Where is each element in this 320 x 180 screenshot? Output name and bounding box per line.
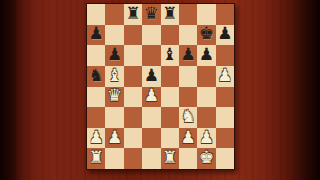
- square-g5[interactable]: [197, 66, 215, 87]
- square-a1[interactable]: ♜: [87, 148, 105, 169]
- piece-white-pawn[interactable]: ♟: [180, 129, 195, 146]
- square-d4[interactable]: ♟: [142, 87, 160, 108]
- square-b8[interactable]: [105, 4, 123, 25]
- square-b7[interactable]: [105, 25, 123, 46]
- square-d8[interactable]: ♛: [142, 4, 160, 25]
- square-c5[interactable]: [124, 66, 142, 87]
- square-a3[interactable]: [87, 107, 105, 128]
- square-e7[interactable]: [161, 25, 179, 46]
- square-e8[interactable]: ♜: [161, 4, 179, 25]
- square-e1[interactable]: ♜: [161, 148, 179, 169]
- square-g2[interactable]: ♟: [197, 128, 215, 149]
- square-f8[interactable]: [179, 4, 197, 25]
- square-a2[interactable]: ♟: [87, 128, 105, 149]
- square-c3[interactable]: [124, 107, 142, 128]
- square-g3[interactable]: [197, 107, 215, 128]
- square-c8[interactable]: ♜: [124, 4, 142, 25]
- piece-black-pawn[interactable]: ♟: [180, 46, 195, 63]
- square-f6[interactable]: ♟: [179, 45, 197, 66]
- square-f1[interactable]: [179, 148, 197, 169]
- square-b6[interactable]: ♟: [105, 45, 123, 66]
- square-h8[interactable]: [216, 4, 234, 25]
- square-f2[interactable]: ♟: [179, 128, 197, 149]
- square-e3[interactable]: [161, 107, 179, 128]
- square-a8[interactable]: [87, 4, 105, 25]
- piece-white-pawn[interactable]: ♟: [107, 129, 122, 146]
- square-f7[interactable]: [179, 25, 197, 46]
- square-b3[interactable]: [105, 107, 123, 128]
- square-d6[interactable]: [142, 45, 160, 66]
- square-b4[interactable]: ♛: [105, 87, 123, 108]
- square-g8[interactable]: [197, 4, 215, 25]
- square-h3[interactable]: [216, 107, 234, 128]
- square-d3[interactable]: [142, 107, 160, 128]
- square-h4[interactable]: [216, 87, 234, 108]
- square-h1[interactable]: [216, 148, 234, 169]
- piece-white-king[interactable]: ♚: [199, 149, 214, 166]
- square-f5[interactable]: [179, 66, 197, 87]
- piece-black-knight[interactable]: ♞: [89, 67, 104, 84]
- square-f3[interactable]: ♞: [179, 107, 197, 128]
- piece-black-queen[interactable]: ♛: [144, 5, 159, 22]
- square-a5[interactable]: ♞: [87, 66, 105, 87]
- square-d2[interactable]: [142, 128, 160, 149]
- square-a7[interactable]: ♟: [87, 25, 105, 46]
- square-g1[interactable]: ♚: [197, 148, 215, 169]
- piece-white-pawn[interactable]: ♟: [144, 87, 159, 104]
- piece-white-bishop[interactable]: ♝: [107, 67, 122, 84]
- square-c7[interactable]: [124, 25, 142, 46]
- square-c4[interactable]: [124, 87, 142, 108]
- wood-background: ♜♛♜♟♚♟♟♝♟♟♞♝♟♟♛♟♞♟♟♟♟♜♜♚: [0, 0, 320, 180]
- square-d5[interactable]: ♟: [142, 66, 160, 87]
- square-d7[interactable]: [142, 25, 160, 46]
- square-g4[interactable]: [197, 87, 215, 108]
- square-c1[interactable]: [124, 148, 142, 169]
- square-h6[interactable]: [216, 45, 234, 66]
- square-h5[interactable]: ♟: [216, 66, 234, 87]
- piece-white-queen[interactable]: ♛: [107, 87, 122, 104]
- square-h2[interactable]: [216, 128, 234, 149]
- square-a6[interactable]: [87, 45, 105, 66]
- piece-black-rook[interactable]: ♜: [162, 5, 177, 22]
- square-c6[interactable]: [124, 45, 142, 66]
- square-d1[interactable]: [142, 148, 160, 169]
- piece-white-pawn[interactable]: ♟: [89, 129, 104, 146]
- square-f4[interactable]: [179, 87, 197, 108]
- square-g6[interactable]: ♟: [197, 45, 215, 66]
- piece-black-pawn[interactable]: ♟: [144, 67, 159, 84]
- piece-black-bishop[interactable]: ♝: [162, 46, 177, 63]
- piece-white-rook[interactable]: ♜: [162, 149, 177, 166]
- square-b1[interactable]: [105, 148, 123, 169]
- piece-black-pawn[interactable]: ♟: [89, 25, 104, 42]
- square-c2[interactable]: [124, 128, 142, 149]
- piece-white-knight[interactable]: ♞: [180, 108, 195, 125]
- square-e4[interactable]: [161, 87, 179, 108]
- square-g7[interactable]: ♚: [197, 25, 215, 46]
- square-h7[interactable]: ♟: [216, 25, 234, 46]
- piece-black-king[interactable]: ♚: [199, 25, 214, 42]
- piece-black-pawn[interactable]: ♟: [217, 25, 232, 42]
- square-e5[interactable]: [161, 66, 179, 87]
- piece-black-pawn[interactable]: ♟: [199, 46, 214, 63]
- chess-board: ♜♛♜♟♚♟♟♝♟♟♞♝♟♟♛♟♞♟♟♟♟♜♜♚: [86, 3, 235, 170]
- square-b5[interactable]: ♝: [105, 66, 123, 87]
- piece-black-rook[interactable]: ♜: [125, 5, 140, 22]
- piece-white-pawn[interactable]: ♟: [199, 129, 214, 146]
- square-b2[interactable]: ♟: [105, 128, 123, 149]
- piece-white-rook[interactable]: ♜: [89, 149, 104, 166]
- square-e2[interactable]: [161, 128, 179, 149]
- piece-white-pawn[interactable]: ♟: [217, 67, 232, 84]
- square-a4[interactable]: [87, 87, 105, 108]
- piece-black-pawn[interactable]: ♟: [107, 46, 122, 63]
- square-e6[interactable]: ♝: [161, 45, 179, 66]
